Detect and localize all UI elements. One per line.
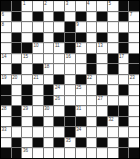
grid-cell[interactable]	[76, 96, 86, 106]
clue-number: 3	[66, 1, 69, 6]
grid-cell[interactable]	[119, 96, 129, 106]
clue-number: 10	[34, 43, 39, 48]
grid-cell[interactable]	[44, 43, 54, 53]
clue-number: 31	[76, 106, 81, 111]
blocked-cell	[76, 117, 86, 127]
grid-cell[interactable]	[129, 43, 139, 53]
grid-cell[interactable]	[33, 22, 43, 32]
grid-cell[interactable]	[129, 33, 139, 43]
grid-cell[interactable]	[44, 12, 54, 22]
grid-cell[interactable]	[54, 1, 64, 11]
blocked-cell	[97, 138, 107, 148]
blocked-cell	[12, 138, 22, 148]
grid-cell[interactable]	[44, 117, 54, 127]
grid-cell[interactable]: 11	[54, 43, 64, 53]
blocked-cell	[119, 106, 129, 116]
blocked-cell	[22, 85, 32, 95]
grid-cell[interactable]	[22, 75, 32, 85]
grid-cell[interactable]: 3	[65, 1, 75, 11]
blocked-cell	[129, 1, 139, 11]
grid-cell[interactable]: 17	[119, 54, 129, 64]
grid-cell[interactable]	[87, 148, 97, 158]
blocked-cell	[12, 148, 22, 158]
grid-cell[interactable]	[12, 96, 22, 106]
grid-cell[interactable]	[54, 64, 64, 74]
grid-cell[interactable]	[97, 22, 107, 32]
grid-cell[interactable]	[44, 54, 54, 64]
grid-cell[interactable]	[22, 138, 32, 148]
grid-cell[interactable]: 33	[1, 127, 11, 137]
clue-number: 2	[44, 1, 47, 6]
grid-cell[interactable]: 23	[129, 75, 139, 85]
blocked-cell	[1, 85, 11, 95]
grid-cell[interactable]	[1, 138, 11, 148]
grid-cell[interactable]	[65, 96, 75, 106]
clue-number: 36	[23, 148, 28, 153]
grid-cell[interactable]	[33, 85, 43, 95]
grid-cell[interactable]	[129, 22, 139, 32]
grid-cell[interactable]	[108, 96, 118, 106]
blocked-cell	[54, 33, 64, 43]
grid-cell[interactable]	[119, 75, 129, 85]
clue-number: 6	[2, 12, 5, 17]
grid-cell[interactable]: 5	[108, 1, 118, 11]
grid-cell[interactable]: 6	[1, 12, 11, 22]
grid-cell[interactable]	[108, 138, 118, 148]
grid-cell[interactable]: 18	[44, 64, 54, 74]
grid-cell[interactable]	[97, 148, 107, 158]
grid-cell[interactable]	[87, 106, 97, 116]
grid-cell[interactable]	[97, 127, 107, 137]
grid-cell[interactable]: 2	[44, 1, 54, 11]
grid-cell[interactable]: 21	[33, 75, 43, 85]
grid-cell[interactable]	[33, 54, 43, 64]
grid-cell[interactable]	[1, 117, 11, 127]
clue-number: 5	[108, 1, 111, 6]
grid-cell[interactable]	[54, 54, 64, 64]
grid-cell[interactable]	[108, 33, 118, 43]
blocked-cell	[119, 148, 129, 158]
grid-cell[interactable]	[44, 33, 54, 43]
grid-cell[interactable]	[129, 138, 139, 148]
blocked-cell	[54, 138, 64, 148]
blocked-cell	[97, 117, 107, 127]
blocked-cell	[12, 106, 22, 116]
grid-cell[interactable]	[87, 12, 97, 22]
crossword-grid: 1234567891011121314151617181920212223242…	[0, 0, 140, 159]
blocked-cell	[12, 12, 22, 22]
grid-cell[interactable]	[22, 127, 32, 137]
clue-number: 11	[55, 43, 60, 48]
grid-cell[interactable]	[65, 12, 75, 22]
grid-cell[interactable]	[33, 127, 43, 137]
blocked-cell	[76, 33, 86, 43]
grid-cell[interactable]	[76, 54, 86, 64]
grid-cell[interactable]	[108, 12, 118, 22]
grid-cell[interactable]: 34	[76, 127, 86, 137]
grid-cell[interactable]: 8	[1, 22, 11, 32]
grid-cell[interactable]	[108, 85, 118, 95]
clue-number: 13	[98, 43, 103, 48]
grid-cell[interactable]	[33, 1, 43, 11]
grid-cell[interactable]	[87, 138, 97, 148]
grid-cell[interactable]	[97, 64, 107, 74]
blocked-cell	[76, 12, 86, 22]
blocked-cell	[65, 117, 75, 127]
clue-number: 20	[12, 75, 17, 80]
grid-cell[interactable]	[22, 22, 32, 32]
grid-cell[interactable]	[119, 127, 129, 137]
grid-cell[interactable]	[65, 148, 75, 158]
grid-cell[interactable]	[54, 127, 64, 137]
grid-cell[interactable]	[33, 106, 43, 116]
clue-number: 16	[66, 54, 71, 59]
grid-cell[interactable]	[97, 106, 107, 116]
clue-number: 34	[76, 127, 81, 132]
clue-number: 1	[23, 1, 26, 6]
clue-number: 15	[23, 54, 28, 59]
clue-number: 24	[55, 85, 60, 90]
blocked-cell	[65, 43, 75, 53]
clue-number: 14	[2, 54, 7, 59]
blocked-cell	[12, 43, 22, 53]
grid-cell[interactable]: 27	[97, 96, 107, 106]
clue-number: 17	[119, 54, 124, 59]
clue-number: 29	[23, 106, 28, 111]
blocked-cell	[33, 138, 43, 148]
grid-cell[interactable]	[22, 117, 32, 127]
clue-number: 32	[108, 117, 113, 122]
grid-cell[interactable]	[54, 106, 64, 116]
grid-cell[interactable]: 35	[65, 138, 75, 148]
blocked-cell	[97, 85, 107, 95]
grid-cell[interactable]	[12, 54, 22, 64]
grid-cell[interactable]	[65, 75, 75, 85]
blocked-cell	[44, 85, 54, 95]
grid-cell[interactable]	[108, 148, 118, 158]
blocked-cell	[22, 43, 32, 53]
grid-cell[interactable]	[108, 127, 118, 137]
blocked-cell	[12, 33, 22, 43]
blocked-cell	[33, 64, 43, 74]
grid-cell[interactable]	[87, 85, 97, 95]
blocked-cell	[129, 148, 139, 158]
clue-number: 9	[76, 22, 79, 27]
blocked-cell	[54, 75, 64, 85]
blocked-cell	[22, 96, 32, 106]
clue-number: 21	[34, 75, 39, 80]
blocked-cell	[97, 33, 107, 43]
grid-cell[interactable]	[119, 64, 129, 74]
grid-cell[interactable]	[108, 22, 118, 32]
grid-cell[interactable]	[76, 64, 86, 74]
grid-cell[interactable]: 19	[1, 75, 11, 85]
clue-number: 19	[2, 75, 7, 80]
grid-cell[interactable]	[87, 127, 97, 137]
grid-cell[interactable]: 20	[12, 75, 22, 85]
grid-cell[interactable]: 36	[22, 148, 32, 158]
grid-cell[interactable]	[44, 148, 54, 158]
grid-cell[interactable]	[87, 43, 97, 53]
blocked-cell	[76, 75, 86, 85]
grid-cell[interactable]: 1	[22, 1, 32, 11]
clue-number: 7	[130, 12, 133, 17]
grid-cell[interactable]	[1, 64, 11, 74]
grid-cell[interactable]	[22, 33, 32, 43]
grid-cell[interactable]	[87, 33, 97, 43]
blocked-cell	[119, 12, 129, 22]
blocked-cell	[119, 1, 129, 11]
grid-cell[interactable]: 16	[65, 54, 75, 64]
blocked-cell	[119, 117, 129, 127]
blocked-cell	[54, 12, 64, 22]
grid-cell[interactable]	[22, 64, 32, 74]
grid-cell[interactable]	[97, 75, 107, 85]
grid-cell[interactable]	[129, 117, 139, 127]
grid-cell[interactable]: 14	[1, 54, 11, 64]
grid-cell[interactable]	[97, 1, 107, 11]
grid-cell[interactable]: 25	[76, 85, 86, 95]
blocked-cell	[65, 106, 75, 116]
grid-cell[interactable]	[44, 22, 54, 32]
grid-cell[interactable]: 26	[54, 96, 64, 106]
clue-number: 27	[98, 96, 103, 101]
grid-cell[interactable]	[33, 148, 43, 158]
grid-cell[interactable]: 28	[1, 106, 11, 116]
blocked-cell	[129, 54, 139, 64]
grid-cell[interactable]	[12, 127, 22, 137]
blocked-cell	[108, 64, 118, 74]
blocked-cell	[12, 1, 22, 11]
grid-cell[interactable]: 15	[22, 54, 32, 64]
clue-number: 12	[76, 43, 81, 48]
blocked-cell	[87, 54, 97, 64]
grid-cell[interactable]: 24	[54, 85, 64, 95]
blocked-cell	[119, 33, 129, 43]
grid-cell[interactable]	[76, 1, 86, 11]
grid-cell[interactable]	[12, 22, 22, 32]
clue-number: 26	[55, 96, 60, 101]
blocked-cell	[65, 22, 75, 32]
grid-cell[interactable]: 7	[129, 12, 139, 22]
grid-cell[interactable]	[97, 54, 107, 64]
blocked-cell	[12, 117, 22, 127]
grid-cell[interactable]	[44, 138, 54, 148]
blocked-cell	[54, 117, 64, 127]
grid-cell[interactable]: 31	[76, 106, 86, 116]
grid-cell[interactable]	[65, 85, 75, 95]
clue-number: 35	[66, 138, 71, 143]
blocked-cell	[44, 96, 54, 106]
blocked-cell	[1, 148, 11, 158]
blocked-cell	[97, 12, 107, 22]
blocked-cell	[129, 64, 139, 74]
grid-cell[interactable]	[76, 148, 86, 158]
grid-cell[interactable]	[119, 22, 129, 32]
grid-cell[interactable]: 13	[97, 43, 107, 53]
blocked-cell	[119, 85, 129, 95]
grid-cell[interactable]	[87, 22, 97, 32]
grid-cell[interactable]	[87, 96, 97, 106]
grid-cell[interactable]: 30	[44, 106, 54, 116]
blocked-cell	[33, 12, 43, 22]
grid-cell[interactable]: 32	[108, 117, 118, 127]
grid-cell[interactable]: 4	[87, 1, 97, 11]
grid-cell[interactable]	[22, 12, 32, 22]
blocked-cell	[65, 33, 75, 43]
blocked-cell	[33, 117, 43, 127]
grid-cell[interactable]: 12	[76, 43, 86, 53]
blocked-cell	[1, 96, 11, 106]
blocked-cell	[119, 43, 129, 53]
blocked-cell	[108, 106, 118, 116]
grid-cell[interactable]: 22	[87, 75, 97, 85]
grid-cell[interactable]	[108, 75, 118, 85]
grid-cell[interactable]	[44, 127, 54, 137]
grid-cell[interactable]	[129, 106, 139, 116]
clue-number: 22	[87, 75, 92, 80]
grid-cell[interactable]	[33, 96, 43, 106]
grid-cell[interactable]	[87, 117, 97, 127]
blocked-cell	[76, 138, 86, 148]
grid-cell[interactable]: 10	[33, 43, 43, 53]
grid-cell[interactable]: 29	[22, 106, 32, 116]
clue-number: 18	[44, 64, 49, 69]
grid-cell[interactable]	[65, 64, 75, 74]
grid-cell[interactable]	[12, 85, 22, 95]
clue-number: 23	[130, 75, 135, 80]
grid-cell[interactable]	[54, 22, 64, 32]
blocked-cell	[108, 54, 118, 64]
blocked-cell	[119, 138, 129, 148]
blocked-cell	[65, 127, 75, 137]
blocked-cell	[33, 33, 43, 43]
clue-number: 30	[44, 106, 49, 111]
grid-cell[interactable]	[54, 148, 64, 158]
blocked-cell	[87, 64, 97, 74]
clue-number: 25	[76, 85, 81, 90]
grid-cell[interactable]	[1, 33, 11, 43]
blocked-cell	[12, 64, 22, 74]
grid-cell[interactable]	[129, 127, 139, 137]
clue-number: 28	[2, 106, 7, 111]
grid-cell[interactable]	[1, 43, 11, 53]
grid-cell[interactable]	[129, 85, 139, 95]
clue-number: 8	[2, 22, 5, 27]
grid-cell[interactable]	[129, 96, 139, 106]
clue-number: 4	[87, 1, 90, 6]
clue-number: 33	[2, 127, 7, 132]
blocked-cell	[1, 1, 11, 11]
grid-cell[interactable]: 9	[76, 22, 86, 32]
grid-cell[interactable]	[44, 75, 54, 85]
grid-cell[interactable]	[108, 43, 118, 53]
